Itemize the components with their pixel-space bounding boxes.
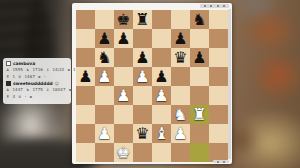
square-b7[interactable]: ♟ bbox=[95, 29, 114, 48]
queen-icon: ♛ bbox=[18, 94, 21, 99]
square-d2[interactable]: ♛ bbox=[133, 124, 152, 143]
square-d1[interactable] bbox=[133, 143, 152, 162]
square-a5[interactable]: ♟ bbox=[76, 67, 95, 86]
status-dot-icon bbox=[223, 161, 225, 163]
badge-icon: ▪ bbox=[67, 67, 70, 72]
piece-white-pawn[interactable]: ♟ bbox=[95, 124, 114, 143]
piece-white-pawn[interactable]: ♟ bbox=[133, 67, 152, 86]
square-a3[interactable] bbox=[76, 105, 95, 124]
badge-icon: ▪ bbox=[30, 94, 33, 99]
shelf-blur-lower bbox=[250, 50, 300, 102]
piece-white-pawn[interactable]: ♟ bbox=[152, 86, 171, 105]
player2-stats-row2: ♜4♛–▪ bbox=[6, 93, 68, 100]
square-e3[interactable] bbox=[152, 105, 171, 124]
stat-value: 1555 bbox=[12, 67, 23, 72]
square-a8[interactable] bbox=[76, 10, 95, 29]
square-h4[interactable] bbox=[209, 86, 228, 105]
black-player-icon bbox=[6, 81, 11, 86]
stat-value: 1447 bbox=[12, 87, 23, 92]
square-d6[interactable]: ♟ bbox=[133, 48, 152, 67]
square-g3[interactable]: ♜ bbox=[190, 105, 209, 124]
square-f4[interactable] bbox=[171, 86, 190, 105]
piece-white-bishop[interactable]: ♝ bbox=[152, 124, 171, 143]
square-b4[interactable] bbox=[95, 86, 114, 105]
square-h3[interactable] bbox=[209, 105, 228, 124]
piece-white-knight[interactable]: ♞ bbox=[171, 105, 190, 124]
knight-icon: ♞ bbox=[26, 67, 29, 72]
stat-value: 18047 bbox=[52, 87, 65, 92]
square-f6[interactable]: ♛ bbox=[171, 48, 190, 67]
square-d5[interactable]: ♟ bbox=[133, 67, 152, 86]
window-status-strip bbox=[213, 160, 229, 163]
square-c5[interactable] bbox=[114, 67, 133, 86]
square-b3[interactable] bbox=[95, 105, 114, 124]
square-e2[interactable]: ♝ bbox=[152, 124, 171, 143]
square-d3[interactable] bbox=[133, 105, 152, 124]
square-f2[interactable]: ♟ bbox=[171, 124, 190, 143]
square-b8[interactable] bbox=[95, 10, 114, 29]
piece-black-knight[interactable]: ♞ bbox=[95, 48, 114, 67]
piece-black-pawn[interactable]: ♟ bbox=[76, 67, 95, 86]
badge-icon: ▪ bbox=[69, 87, 72, 92]
smiley-icon: ☺ bbox=[55, 81, 59, 86]
square-b1[interactable] bbox=[95, 143, 114, 162]
window-controls[interactable] bbox=[200, 4, 229, 8]
rook-icon: ♜ bbox=[6, 94, 9, 99]
piece-white-king[interactable]: ♚ bbox=[114, 143, 133, 162]
square-b6[interactable]: ♞ bbox=[95, 48, 114, 67]
square-g2[interactable] bbox=[190, 124, 209, 143]
player2-row: sweeteudddddd ☺ bbox=[6, 80, 68, 86]
square-e5[interactable]: ♟ bbox=[152, 67, 171, 86]
piece-white-pawn[interactable]: ♟ bbox=[95, 67, 114, 86]
bishop-icon: ♝ bbox=[46, 67, 49, 72]
queen-icon: ♛ bbox=[18, 74, 21, 79]
square-c8[interactable]: ♚ bbox=[114, 10, 133, 29]
piece-black-rook[interactable]: ♜ bbox=[133, 10, 152, 29]
screenshot-root: ♚♜♞♟♟♟♞♟♛♟♟♟♟♟♟♟♞♜♟♛♝♟♚ cambova ♟1555♞17… bbox=[0, 0, 300, 168]
square-g6[interactable]: ♟ bbox=[190, 48, 209, 67]
square-e1[interactable] bbox=[152, 143, 171, 162]
square-f8[interactable] bbox=[171, 10, 190, 29]
pawn-icon: ♟ bbox=[6, 87, 9, 92]
square-d7[interactable] bbox=[133, 29, 152, 48]
white-player-icon bbox=[6, 61, 11, 66]
square-d4[interactable] bbox=[133, 86, 152, 105]
square-c1[interactable]: ♚ bbox=[114, 143, 133, 162]
square-c3[interactable] bbox=[114, 105, 133, 124]
square-h7[interactable] bbox=[209, 29, 228, 48]
restore-icon[interactable] bbox=[210, 5, 212, 7]
stat-value: – bbox=[44, 74, 46, 79]
player1-stats-row1: ♟1555♞1716♝14/22▪1 bbox=[6, 66, 68, 73]
square-h8[interactable] bbox=[209, 10, 228, 29]
square-c6[interactable] bbox=[114, 48, 133, 67]
piece-black-pawn[interactable]: ♟ bbox=[95, 29, 114, 48]
square-g8[interactable]: ♞ bbox=[190, 10, 209, 29]
square-c7[interactable]: ♟ bbox=[114, 29, 133, 48]
square-a6[interactable] bbox=[76, 48, 95, 67]
stat-value: 4 bbox=[12, 94, 15, 99]
square-e6[interactable] bbox=[152, 48, 171, 67]
square-f7[interactable]: ♟ bbox=[171, 29, 190, 48]
player2-stats-row1: ♟1447♞1775♝18047▪ bbox=[6, 86, 68, 93]
close-icon[interactable] bbox=[223, 5, 225, 7]
piece-white-pawn[interactable]: ♟ bbox=[171, 124, 190, 143]
piece-black-pawn[interactable]: ♟ bbox=[133, 48, 152, 67]
stat-value: 1 bbox=[12, 74, 15, 79]
square-f3[interactable]: ♞ bbox=[171, 105, 190, 124]
square-a7[interactable] bbox=[76, 29, 95, 48]
piece-white-rook[interactable]: ♜ bbox=[190, 105, 209, 124]
chess-board[interactable]: ♚♜♞♟♟♟♞♟♛♟♟♟♟♟♟♟♞♜♟♛♝♟♚ bbox=[76, 10, 228, 162]
piece-black-pawn[interactable]: ♟ bbox=[114, 29, 133, 48]
piece-black-pawn[interactable]: ♟ bbox=[171, 29, 190, 48]
scroll-strip bbox=[228, 9, 231, 159]
menu-icon[interactable] bbox=[217, 5, 219, 7]
badge-icon: ▪ bbox=[38, 74, 41, 79]
piece-black-queen[interactable]: ♛ bbox=[133, 124, 152, 143]
square-h6[interactable] bbox=[209, 48, 228, 67]
piece-black-pawn[interactable]: ♟ bbox=[152, 67, 171, 86]
square-a2[interactable] bbox=[76, 124, 95, 143]
piece-black-pawn[interactable]: ♟ bbox=[190, 48, 209, 67]
player-stats-panel: cambova ♟1555♞1716♝14/22▪1 ♜1♛1467▪– swe… bbox=[3, 58, 71, 104]
rook-icon: ♜ bbox=[6, 74, 9, 79]
stat-value: 1716 bbox=[32, 67, 43, 72]
square-f1[interactable] bbox=[171, 143, 190, 162]
piece-white-pawn[interactable]: ♟ bbox=[114, 86, 133, 105]
stat-value: 1 bbox=[73, 67, 76, 72]
square-e4[interactable]: ♟ bbox=[152, 86, 171, 105]
square-e7[interactable] bbox=[152, 29, 171, 48]
stat-value: 14/22 bbox=[52, 67, 64, 72]
chess-board-window: ♚♜♞♟♟♟♞♟♛♟♟♟♟♟♟♟♞♜♟♛♝♟♚ bbox=[72, 3, 232, 164]
bishop-icon: ♝ bbox=[46, 87, 49, 92]
knight-icon: ♞ bbox=[26, 87, 29, 92]
square-c4[interactable]: ♟ bbox=[114, 86, 133, 105]
shelf-blur-upper bbox=[240, 8, 300, 54]
square-g1[interactable] bbox=[190, 143, 209, 162]
square-h2[interactable] bbox=[209, 124, 228, 143]
square-d8[interactable]: ♜ bbox=[133, 10, 152, 29]
square-a1[interactable] bbox=[76, 143, 95, 162]
square-a4[interactable] bbox=[76, 86, 95, 105]
pawn-icon: ♟ bbox=[6, 67, 9, 72]
piece-black-queen[interactable]: ♛ bbox=[171, 48, 190, 67]
square-b2[interactable]: ♟ bbox=[95, 124, 114, 143]
player2-name: sweeteudddddd bbox=[13, 81, 53, 86]
square-g7[interactable] bbox=[190, 29, 209, 48]
piece-black-knight[interactable]: ♞ bbox=[190, 10, 209, 29]
square-b5[interactable]: ♟ bbox=[95, 67, 114, 86]
square-g4[interactable] bbox=[190, 86, 209, 105]
square-f5[interactable] bbox=[171, 67, 190, 86]
stat-value: 1775 bbox=[32, 87, 43, 92]
player1-stats-row2: ♜1♛1467▪– bbox=[6, 73, 68, 80]
square-h5[interactable] bbox=[209, 67, 228, 86]
square-g5[interactable] bbox=[190, 67, 209, 86]
stat-value: 1467 bbox=[24, 74, 35, 79]
player1-name: cambova bbox=[13, 61, 35, 66]
status-dot-icon bbox=[217, 161, 219, 163]
square-e8[interactable] bbox=[152, 10, 171, 29]
minimize-icon[interactable] bbox=[204, 5, 206, 7]
piece-black-king[interactable]: ♚ bbox=[114, 10, 133, 29]
stat-value: – bbox=[24, 94, 26, 99]
square-c2[interactable] bbox=[114, 124, 133, 143]
